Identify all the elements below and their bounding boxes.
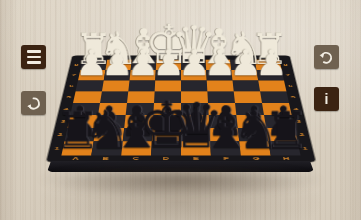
menu-button[interactable] (21, 45, 46, 69)
square-h6[interactable] (258, 80, 286, 91)
black-rook[interactable]: ♜ (263, 108, 309, 154)
rank-label-right-6: 6 (285, 80, 296, 91)
undo-button[interactable] (314, 45, 339, 69)
board-grid: ♜♞♝♚♛♝♞♜♟♟♟♟♟♟♟♟♟♟♟♟♟♟♟♟♜♞♝♚♛♝♞♜ (61, 60, 300, 156)
file-label-g: G (241, 156, 272, 161)
square-e1[interactable]: ♛ (181, 141, 211, 155)
file-label-h: H (271, 156, 302, 161)
undo-icon (318, 49, 335, 66)
square-b6[interactable] (102, 80, 130, 91)
info-icon: i (325, 92, 329, 106)
chess-board[interactable]: ♜♞♝♚♛♝♞♜♟♟♟♟♟♟♟♟♟♟♟♟♟♟♟♟♜♞♝♚♛♝♞♜ ABCDEFG… (46, 56, 315, 162)
file-label-b: B (90, 156, 121, 161)
board-shadow (36, 168, 326, 198)
square-h1[interactable]: ♜ (268, 141, 300, 155)
hamburger-icon (27, 50, 41, 64)
file-label-e: E (181, 156, 211, 161)
file-label-a: A (60, 156, 91, 161)
rotate-button[interactable] (21, 91, 46, 115)
file-label-d: D (151, 156, 181, 161)
white-pawn[interactable]: ♟ (255, 47, 287, 80)
black-queen[interactable]: ♛ (168, 98, 223, 154)
square-a1[interactable]: ♜ (61, 141, 93, 155)
info-button[interactable]: i (314, 87, 339, 111)
square-a6[interactable] (76, 80, 104, 91)
black-rook[interactable]: ♜ (54, 108, 100, 154)
app-screen: ♜♞♝♚♛♝♞♜♟♟♟♟♟♟♟♟♟♟♟♟♟♟♟♟♜♞♝♚♛♝♞♜ ABCDEFG… (0, 0, 361, 220)
rotate-icon (25, 95, 42, 112)
square-h7[interactable]: ♟ (257, 70, 284, 81)
file-label-f: F (211, 156, 241, 161)
square-g6[interactable] (233, 80, 261, 91)
file-label-c: C (121, 156, 151, 161)
